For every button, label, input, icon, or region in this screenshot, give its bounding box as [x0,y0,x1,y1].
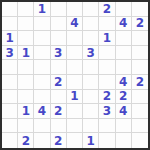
empty-cell-r5c4[interactable] [51,60,67,75]
empty-cell-r2c2[interactable] [18,17,34,32]
clue-cell-r1c3: 1 [34,2,50,17]
empty-cell-r10c5[interactable] [67,133,83,148]
empty-cell-r1c2[interactable] [18,2,34,17]
empty-cell-r1c9[interactable] [132,2,148,17]
clue-cell-r8c8: 4 [116,104,132,119]
empty-cell-r6c7[interactable] [99,75,115,90]
empty-cell-r2c4[interactable] [51,17,67,32]
empty-cell-r7c6[interactable] [83,90,99,105]
empty-cell-r9c8[interactable] [116,119,132,134]
empty-cell-r4c9[interactable] [132,46,148,61]
empty-cell-r2c3[interactable] [34,17,50,32]
empty-cell-r6c1[interactable] [2,75,18,90]
clue-cell-r7c7: 2 [99,90,115,105]
clue-cell-r4c1: 3 [2,46,18,61]
empty-cell-r3c5[interactable] [67,31,83,46]
empty-cell-r6c6[interactable] [83,75,99,90]
empty-cell-r7c1[interactable] [2,90,18,105]
clue-cell-r2c9: 2 [132,17,148,32]
empty-cell-r5c5[interactable] [67,60,83,75]
clue-cell-r8c3: 4 [34,104,50,119]
empty-cell-r7c2[interactable] [18,90,34,105]
puzzle-board: 1244211313324212214234221 [0,0,150,150]
empty-cell-r5c7[interactable] [99,60,115,75]
clue-cell-r8c7: 3 [99,104,115,119]
empty-cell-r6c2[interactable] [18,75,34,90]
clue-cell-r4c4: 3 [51,46,67,61]
empty-cell-r3c6[interactable] [83,31,99,46]
empty-cell-r5c1[interactable] [2,60,18,75]
clue-cell-r2c8: 4 [116,17,132,32]
empty-cell-r9c2[interactable] [18,119,34,134]
clue-cell-r7c8: 2 [116,90,132,105]
empty-cell-r9c4[interactable] [51,119,67,134]
empty-cell-r9c6[interactable] [83,119,99,134]
empty-cell-r9c7[interactable] [99,119,115,134]
empty-cell-r1c6[interactable] [83,2,99,17]
empty-cell-r10c9[interactable] [132,133,148,148]
clue-cell-r10c4: 2 [51,133,67,148]
empty-cell-r7c9[interactable] [132,90,148,105]
clue-cell-r3c1: 1 [2,31,18,46]
empty-cell-r3c3[interactable] [34,31,50,46]
clue-cell-r4c2: 1 [18,46,34,61]
clue-cell-r8c4: 2 [51,104,67,119]
empty-cell-r5c8[interactable] [116,60,132,75]
empty-cell-r8c5[interactable] [67,104,83,119]
empty-cell-r3c2[interactable] [18,31,34,46]
empty-cell-r7c3[interactable] [34,90,50,105]
empty-cell-r5c6[interactable] [83,60,99,75]
empty-cell-r1c4[interactable] [51,2,67,17]
empty-cell-r4c7[interactable] [99,46,115,61]
empty-cell-r10c1[interactable] [2,133,18,148]
empty-cell-r1c1[interactable] [2,2,18,17]
empty-cell-r1c8[interactable] [116,2,132,17]
empty-cell-r10c8[interactable] [116,133,132,148]
empty-cell-r9c3[interactable] [34,119,50,134]
empty-cell-r5c9[interactable] [132,60,148,75]
empty-cell-r10c3[interactable] [34,133,50,148]
empty-cell-r10c7[interactable] [99,133,115,148]
empty-cell-r6c3[interactable] [34,75,50,90]
clue-cell-r6c8: 4 [116,75,132,90]
empty-cell-r3c4[interactable] [51,31,67,46]
clue-cell-r8c2: 1 [18,104,34,119]
empty-cell-r9c1[interactable] [2,119,18,134]
empty-cell-r8c6[interactable] [83,104,99,119]
clue-cell-r4c6: 3 [83,46,99,61]
empty-cell-r7c4[interactable] [51,90,67,105]
clue-cell-r10c6: 1 [83,133,99,148]
clue-cell-r6c4: 2 [51,75,67,90]
empty-cell-r8c1[interactable] [2,104,18,119]
empty-cell-r9c9[interactable] [132,119,148,134]
empty-cell-r4c5[interactable] [67,46,83,61]
clue-cell-r3c7: 1 [99,31,115,46]
clue-cell-r2c5: 4 [67,17,83,32]
clue-cell-r1c7: 2 [99,2,115,17]
clue-cell-r10c2: 2 [18,133,34,148]
empty-cell-r2c6[interactable] [83,17,99,32]
clue-cell-r6c9: 2 [132,75,148,90]
empty-cell-r1c5[interactable] [67,2,83,17]
empty-cell-r6c5[interactable] [67,75,83,90]
empty-cell-r3c9[interactable] [132,31,148,46]
empty-cell-r3c8[interactable] [116,31,132,46]
empty-cell-r5c3[interactable] [34,60,50,75]
empty-cell-r4c8[interactable] [116,46,132,61]
empty-cell-r9c5[interactable] [67,119,83,134]
clue-cell-r7c5: 1 [67,90,83,105]
empty-cell-r2c1[interactable] [2,17,18,32]
empty-cell-r5c2[interactable] [18,60,34,75]
empty-cell-r8c9[interactable] [132,104,148,119]
empty-cell-r2c7[interactable] [99,17,115,32]
empty-cell-r4c3[interactable] [34,46,50,61]
